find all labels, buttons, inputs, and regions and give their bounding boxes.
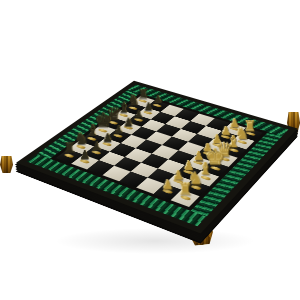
piece-black-pawn[interactable]: ♟ [75, 150, 94, 161]
chess-board: ♜♟♟♜♞♟♟♞♝♟♟♝♛♟♟♛♚♟♟♚♝♟♟♝♞♟♟♞♜♟♟♜ [16, 81, 297, 234]
product-photo: ♜♟♟♜♞♟♟♞♝♟♟♝♛♟♟♛♚♟♟♚♝♟♟♝♞♟♟♞♜♟♟♜ [0, 0, 300, 300]
scene: ♜♟♟♜♞♟♟♞♝♟♟♝♛♟♟♛♚♟♟♚♝♟♟♝♞♟♟♞♜♟♟♜ [0, 0, 300, 300]
piece-white-rook[interactable]: ♜ [175, 182, 196, 197]
